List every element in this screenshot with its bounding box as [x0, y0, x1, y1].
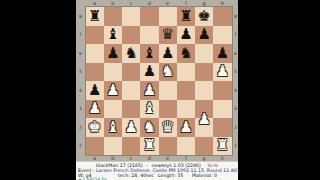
square-e2: ♛	[159, 118, 177, 137]
square-g5	[195, 63, 213, 82]
file-labels-top: abcdefgh	[86, 0, 232, 7]
white-rook: ♜	[216, 138, 229, 153]
square-d5: ♟	[140, 63, 158, 82]
square-c7	[122, 26, 140, 45]
square-b8	[104, 7, 122, 26]
coord-label: d	[140, 0, 158, 7]
square-e1	[159, 137, 177, 156]
white-pawn: ♟	[179, 120, 192, 135]
white-knight: ♞	[143, 120, 156, 135]
rank-labels-right: 87654321	[232, 7, 239, 155]
coord-label: 7	[232, 26, 239, 45]
square-c5	[122, 63, 140, 82]
chess-gui-frame: abcdefgh abcdefgh 87654321 87654321 ♜♜♚♝…	[76, 0, 238, 180]
square-h5: ♟	[213, 63, 231, 82]
square-h1: ♜	[213, 137, 231, 156]
coord-label: 2	[232, 118, 239, 137]
square-c1	[122, 137, 140, 156]
square-h6: ♟	[213, 44, 231, 63]
square-b3	[104, 100, 122, 119]
square-f4	[177, 81, 195, 100]
white-bishop: ♝	[106, 120, 119, 135]
square-d4: ♟	[140, 81, 158, 100]
coord-label: 7	[77, 26, 84, 45]
square-e3	[159, 100, 177, 119]
square-d8	[140, 7, 158, 26]
coord-label: 2	[77, 118, 84, 137]
engine-evaluation: +2.68/24 6s	[76, 177, 240, 180]
board-area: abcdefgh abcdefgh 87654321 87654321 ♜♜♚♝…	[76, 0, 238, 162]
square-h4	[213, 81, 231, 100]
square-e8	[159, 7, 177, 26]
white-king: ♚	[88, 120, 101, 135]
square-f2: ♟	[177, 118, 195, 137]
black-pawn: ♟	[143, 64, 156, 79]
white-bishop: ♝	[143, 101, 156, 116]
white-pawn: ♟	[143, 83, 156, 98]
black-queen: ♛	[161, 27, 174, 42]
video-frame: { "game": "chess", "position": { "fen": …	[0, 0, 320, 180]
white-pawn: ♟	[88, 101, 101, 116]
white-pawn: ♟	[197, 112, 210, 127]
square-h7	[213, 26, 231, 45]
square-f1	[177, 137, 195, 156]
black-knight: ♞	[124, 46, 137, 61]
square-c3	[122, 100, 140, 119]
square-g7: ♟	[195, 26, 213, 45]
white-queen: ♛	[161, 120, 174, 135]
square-e4	[159, 81, 177, 100]
black-rook: ♜	[88, 9, 101, 24]
black-pawn: ♟	[106, 46, 119, 61]
square-f5	[177, 63, 195, 82]
square-b4: ♟	[104, 81, 122, 100]
coord-label: 3	[77, 100, 84, 119]
square-a1	[86, 137, 104, 156]
coord-label: 8	[232, 7, 239, 26]
coord-label: 5	[77, 63, 84, 82]
white-rook: ♜	[143, 138, 156, 153]
coord-label: g	[195, 0, 213, 7]
black-king: ♚	[197, 9, 210, 24]
square-h8	[213, 7, 231, 26]
square-e7: ♛	[159, 26, 177, 45]
square-a5	[86, 63, 104, 82]
white-pawn: ♟	[106, 83, 119, 98]
chess-board: ♜♜♚♝♛♟♟♟♞♝♟♞♟♟♞♟♟♟♟♟♝♚♝♟♞♛♟♟♜♜	[86, 7, 232, 155]
square-c4	[122, 81, 140, 100]
square-d1: ♜	[140, 137, 158, 156]
coord-label: b	[104, 0, 122, 7]
square-g1	[195, 137, 213, 156]
coord-label: f	[177, 0, 195, 7]
square-g6	[195, 44, 213, 63]
white-pawn: ♟	[216, 64, 229, 79]
square-a8: ♜	[86, 7, 104, 26]
square-d6: ♝	[140, 44, 158, 63]
square-f7: ♟	[177, 26, 195, 45]
black-pawn: ♟	[216, 46, 229, 61]
square-c2: ♟	[122, 118, 140, 137]
square-d2: ♞	[140, 118, 158, 137]
coord-label: e	[159, 0, 177, 7]
black-pawn: ♟	[88, 83, 101, 98]
black-pawn: ♟	[197, 27, 210, 42]
square-d7	[140, 26, 158, 45]
white-knight: ♞	[161, 64, 174, 79]
square-a7	[86, 26, 104, 45]
black-rook: ♜	[179, 9, 192, 24]
square-b1	[104, 137, 122, 156]
square-c8	[122, 7, 140, 26]
coord-label: 4	[77, 81, 84, 100]
coord-label: 8	[77, 7, 84, 26]
square-a4: ♟	[86, 81, 104, 100]
coord-label: h	[213, 0, 231, 7]
coord-label: 5	[232, 63, 239, 82]
square-g4	[195, 81, 213, 100]
coord-label: 1	[77, 137, 84, 156]
square-a6	[86, 44, 104, 63]
game-info-footer: blackMan 17 (2165) - newkeys 1.03 (2246)…	[76, 161, 238, 180]
square-d3: ♝	[140, 100, 158, 119]
square-f6: ♞	[177, 44, 195, 63]
coord-label: 3	[232, 100, 239, 119]
square-h3	[213, 100, 231, 119]
black-pawn: ♟	[179, 27, 192, 42]
square-e5: ♞	[159, 63, 177, 82]
coord-label: 1	[232, 137, 239, 156]
square-b6: ♟	[104, 44, 122, 63]
rank-labels-left: 87654321	[77, 7, 84, 155]
square-g8: ♚	[195, 7, 213, 26]
square-b5	[104, 63, 122, 82]
square-f8: ♜	[177, 7, 195, 26]
black-bishop: ♝	[106, 27, 119, 42]
black-knight: ♞	[179, 46, 192, 61]
square-c6: ♞	[122, 44, 140, 63]
square-h2	[213, 118, 231, 137]
coord-label: c	[122, 0, 140, 7]
square-a3: ♟	[86, 100, 104, 119]
white-pawn: ♟	[124, 120, 137, 135]
black-pawn: ♟	[161, 46, 174, 61]
coord-label: a	[86, 0, 104, 7]
coord-label: 4	[232, 81, 239, 100]
square-b2: ♝	[104, 118, 122, 137]
square-f3	[177, 100, 195, 119]
square-g2: ♟	[195, 118, 213, 137]
square-a2: ♚	[86, 118, 104, 137]
coord-label: 6	[77, 44, 84, 63]
square-e6: ♟	[159, 44, 177, 63]
black-bishop: ♝	[143, 46, 156, 61]
coord-label: 6	[232, 44, 239, 63]
square-b7: ♝	[104, 26, 122, 45]
